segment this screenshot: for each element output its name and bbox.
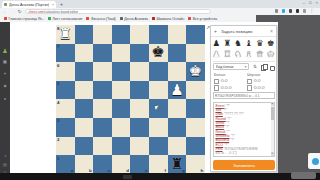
- turn-select-value: Ход белых: [216, 65, 245, 69]
- extension-icons: ⋮: [275, 9, 315, 13]
- fen-input[interactable]: R7/5k2/7K/6P1/8/8/8/6r1 w - - 0 1: [213, 92, 275, 99]
- castling-black-header: Чёрные: [247, 73, 264, 77]
- palette-black-row: ♟♜♞♝♛♚: [211, 38, 276, 49]
- chess-board: 8♜7♚6♚5♟4321abcdefg♜h: [56, 25, 205, 174]
- square-e6[interactable]: [130, 62, 149, 81]
- square-a1[interactable]: 1a: [56, 155, 75, 174]
- checkbox-icon[interactable]: [247, 79, 252, 84]
- bookmark-favicon-icon: [152, 17, 155, 20]
- square-h3[interactable]: [186, 118, 205, 137]
- black-king[interactable]: ♚: [149, 44, 168, 63]
- palette-black-bishop[interactable]: ♝: [245, 39, 253, 48]
- bookmark-item-5[interactable]: Все устройства: [188, 17, 217, 21]
- palette-white-queen[interactable]: ♛: [256, 50, 264, 59]
- square-d6[interactable]: [112, 62, 131, 81]
- bookmark-label: Лист согласования: [53, 17, 83, 21]
- square-g6[interactable]: [168, 62, 187, 81]
- trash-icon[interactable]: [270, 66, 275, 72]
- square-e7[interactable]: [130, 44, 149, 63]
- extension-icon-1[interactable]: [282, 9, 286, 13]
- bookmark-item-2[interactable]: Финансы (Toad): [86, 17, 115, 21]
- bookmark-label: Главная страница Ян..: [9, 17, 45, 21]
- checkbox-icon[interactable]: [247, 85, 252, 90]
- square-h4[interactable]: [186, 99, 205, 118]
- square-f3[interactable]: [149, 118, 168, 137]
- checkbox-icon[interactable]: [214, 85, 219, 90]
- palette-white-rook[interactable]: ♜: [223, 50, 231, 59]
- browser-toolbar: ← → ↻ chess.com /ru/analysis-board-edito…: [0, 8, 320, 15]
- square-d7[interactable]: [112, 44, 131, 63]
- castling-white-header: Белые: [214, 73, 231, 77]
- reload-icon[interactable]: ↻: [18, 9, 22, 14]
- bookmark-item-0[interactable]: Главная страница Ян..: [4, 17, 44, 21]
- bookmark-label: Шахматы Онлайн: [156, 17, 184, 21]
- square-d3[interactable]: [112, 118, 131, 137]
- square-h6[interactable]: ♚: [186, 62, 205, 81]
- square-b6[interactable]: [75, 62, 94, 81]
- bookmark-label: Финансы (Toad): [91, 17, 116, 21]
- square-f1[interactable]: f: [149, 155, 168, 174]
- square-g5[interactable]: ♟: [168, 81, 187, 100]
- extension-icon-2[interactable]: [289, 9, 293, 13]
- square-g7[interactable]: [168, 44, 187, 63]
- extension-icon-0[interactable]: [275, 9, 279, 13]
- square-h7[interactable]: [186, 44, 205, 63]
- tab-favicon-icon: [4, 3, 7, 6]
- new-tab-button[interactable]: +: [60, 1, 63, 7]
- square-e3[interactable]: [130, 118, 149, 137]
- setup-position-panel: + Задать позицию × ♟♜♞♝♛♚ ♟♜♞♝♛♚ Ход бел…: [210, 25, 277, 172]
- square-d2[interactable]: [112, 137, 131, 156]
- palette-white-row: ♟♜♞♝♛♚: [211, 49, 276, 60]
- square-b8[interactable]: [75, 25, 94, 44]
- square-f7[interactable]: ♚: [149, 44, 168, 63]
- copy-icon[interactable]: [261, 65, 266, 71]
- square-f2[interactable]: [149, 137, 168, 156]
- panel-title: Задать позицию: [221, 29, 253, 34]
- castling-white-short[interactable]: О-О: [214, 79, 231, 84]
- palette-black-knight[interactable]: ♞: [234, 39, 242, 48]
- square-a6[interactable]: 6: [56, 62, 75, 81]
- scroll-thumb[interactable]: [271, 107, 274, 120]
- chat-bubble-icon: [312, 158, 319, 165]
- square-c3[interactable]: [93, 118, 112, 137]
- add-icon[interactable]: +: [214, 28, 217, 34]
- square-f5[interactable]: [149, 81, 168, 100]
- pgn-tag-value: "?": [229, 138, 234, 142]
- square-a8[interactable]: 8♜: [56, 25, 75, 44]
- square-h5[interactable]: [186, 81, 205, 100]
- chevron-down-icon: ▾: [245, 65, 247, 69]
- square-a7[interactable]: 7: [56, 44, 75, 63]
- bookmark-label: Доска Анализа: [124, 17, 148, 21]
- close-window-icon[interactable]: ×: [316, 0, 318, 5]
- screen: Доска Анализа (Партия) × + – □ × ← → ↻ c…: [0, 0, 320, 180]
- tab-bar: Доска Анализа (Партия) × + – □ ×: [0, 0, 320, 8]
- boards-icon[interactable]: ▦: [0, 59, 10, 64]
- square-d5[interactable]: [112, 81, 131, 100]
- square-h2[interactable]: [186, 137, 205, 156]
- white-pawn[interactable]: ♟: [168, 81, 187, 100]
- palette-white-king[interactable]: ♚: [267, 50, 275, 59]
- palette-black-king[interactable]: ♚: [267, 39, 275, 48]
- square-g1[interactable]: g♜: [168, 155, 187, 174]
- rank-label: 4: [57, 100, 59, 105]
- scroll-up-icon[interactable]: ▲: [271, 102, 275, 106]
- taskbar-item[interactable]: [123, 175, 132, 179]
- scroll-down-icon[interactable]: ▼: [271, 152, 275, 156]
- square-g2[interactable]: [168, 137, 187, 156]
- close-panel-icon[interactable]: ×: [270, 28, 273, 34]
- black-rook[interactable]: ♜: [168, 155, 187, 174]
- pgn-tag-value: 6r1 w - - 0 1"]: [216, 151, 237, 155]
- rank-label: 7: [57, 44, 59, 49]
- maximize-icon[interactable]: □: [309, 0, 312, 5]
- pgn-tag-line: 6r1 w - - 0 1"]: [216, 151, 270, 155]
- window-controls: – □ ×: [303, 0, 318, 5]
- pgn-tags-box[interactable]: Event "?"Site "?"Date "????.??.??"Round …: [213, 102, 275, 157]
- bookmark-favicon-icon: [188, 17, 191, 20]
- bookmark-label: Все устройства: [193, 17, 217, 21]
- site-sidebar: ♟▦✦◆●?▤≡‹✱: [0, 22, 10, 173]
- forward-icon[interactable]: →: [10, 9, 14, 14]
- taskbar: [0, 173, 320, 180]
- bookmark-item-4[interactable]: Шахматы Онлайн: [152, 17, 184, 21]
- square-a3[interactable]: 3: [56, 118, 75, 137]
- play-icon[interactable]: ✦: [0, 71, 10, 76]
- rank-label: 2: [57, 137, 59, 142]
- square-b4[interactable]: [75, 99, 94, 118]
- square-b5[interactable]: [75, 81, 94, 100]
- castling-white: Белые О-О О-О-О: [214, 73, 231, 91]
- palette-white-knight[interactable]: ♞: [234, 50, 242, 59]
- square-e4[interactable]: [130, 99, 149, 118]
- apps-icon[interactable]: ▤: [0, 162, 10, 167]
- url-bar[interactable]: chess.com /ru/analysis-board-editor: [25, 9, 211, 14]
- tab-close-icon[interactable]: ×: [52, 2, 54, 7]
- url-path: /ru/analysis-board-editor: [44, 10, 78, 14]
- square-d4[interactable]: [112, 99, 131, 118]
- square-g4[interactable]: [168, 99, 187, 118]
- scrollbar[interactable]: ▲ ▼: [271, 102, 275, 156]
- square-e1[interactable]: e: [130, 155, 149, 174]
- palette-white-pawn[interactable]: ♟: [213, 50, 221, 59]
- browser-tab[interactable]: Доска Анализа (Партия) ×: [2, 1, 56, 8]
- square-c6[interactable]: [93, 62, 112, 81]
- divider: [213, 61, 275, 62]
- palette-white-bishop[interactable]: ♝: [245, 50, 253, 59]
- flip-board-icon[interactable]: ⇅: [253, 64, 257, 69]
- rank-label: 6: [57, 63, 59, 68]
- bookmark-favicon-icon: [86, 17, 89, 20]
- palette-black-pawn[interactable]: ♟: [213, 39, 221, 48]
- castling-white-long[interactable]: О-О-О: [214, 85, 231, 90]
- browser-menu-icon[interactable]: ⋮: [310, 9, 315, 13]
- square-b3[interactable]: [75, 118, 94, 137]
- submit-position-button[interactable]: Запомнить: [213, 160, 275, 170]
- square-c2[interactable]: [93, 137, 112, 156]
- help-icon[interactable]: ?: [0, 154, 10, 159]
- turn-select[interactable]: Ход белых ▾: [213, 63, 249, 70]
- extension-icon-3[interactable]: [296, 9, 300, 13]
- square-b1[interactable]: b: [75, 155, 94, 174]
- bookmark-favicon-icon: [48, 17, 51, 20]
- chat-icon[interactable]: ●: [0, 96, 10, 101]
- square-h8[interactable]: [186, 25, 205, 44]
- square-e8[interactable]: [130, 25, 149, 44]
- square-h1[interactable]: h: [186, 155, 205, 174]
- desktop-background: [256, 15, 320, 22]
- palette-black-queen[interactable]: ♛: [256, 39, 264, 48]
- bookmark-favicon-icon: [4, 17, 7, 20]
- square-a4[interactable]: 4: [56, 99, 75, 118]
- chat-widget[interactable]: [308, 153, 320, 169]
- white-rook[interactable]: ♜: [56, 25, 75, 44]
- fen-value: R7/5k2/7K/6P1/8/8/8/6r1 w - - 0 1: [215, 94, 260, 98]
- square-g3[interactable]: [168, 118, 187, 137]
- learn-icon[interactable]: ◆: [0, 83, 10, 88]
- square-f6[interactable]: [149, 62, 168, 81]
- desktop-background: [278, 22, 320, 173]
- square-d8[interactable]: [112, 25, 131, 44]
- square-a5[interactable]: 5: [56, 81, 75, 100]
- square-b7[interactable]: [75, 44, 94, 63]
- extension-icon-4[interactable]: [303, 9, 307, 13]
- url-domain: chess.com: [28, 10, 43, 14]
- white-king[interactable]: ♚: [186, 62, 205, 81]
- rank-label: 1: [57, 156, 59, 161]
- checkbox-icon[interactable]: [214, 79, 219, 84]
- castling-black-long[interactable]: О-О-О: [247, 85, 264, 90]
- square-c1[interactable]: c: [93, 155, 112, 174]
- castling-black: Чёрные О-О О-О-О: [247, 73, 264, 91]
- palette-black-rook[interactable]: ♜: [223, 39, 231, 48]
- square-g8[interactable]: [168, 25, 187, 44]
- tab-title: Доска Анализа (Партия): [9, 3, 49, 7]
- square-d1[interactable]: d: [112, 155, 131, 174]
- rank-label: 5: [57, 81, 59, 86]
- bookmark-item-3[interactable]: Доска Анализа: [120, 17, 148, 21]
- chess-logo-icon[interactable]: ♟: [0, 47, 10, 54]
- square-f8[interactable]: [149, 25, 168, 44]
- panel-header: + Задать позицию ×: [211, 26, 276, 37]
- square-e5[interactable]: [130, 81, 149, 100]
- square-c4[interactable]: [93, 99, 112, 118]
- square-a2[interactable]: 2: [56, 137, 75, 156]
- square-c5[interactable]: [93, 81, 112, 100]
- bookmark-favicon-icon: [120, 17, 123, 20]
- minimize-icon[interactable]: –: [303, 0, 305, 5]
- taskbar-tray: [291, 172, 316, 179]
- bookmark-item-1[interactable]: Лист согласования: [48, 17, 82, 21]
- square-c7[interactable]: [93, 44, 112, 63]
- square-c8[interactable]: [93, 25, 112, 44]
- castling-black-short[interactable]: О-О: [247, 79, 264, 84]
- square-e2[interactable]: [130, 137, 149, 156]
- square-b2[interactable]: [75, 137, 94, 156]
- back-icon[interactable]: ←: [3, 9, 7, 14]
- rank-label: 3: [57, 118, 59, 123]
